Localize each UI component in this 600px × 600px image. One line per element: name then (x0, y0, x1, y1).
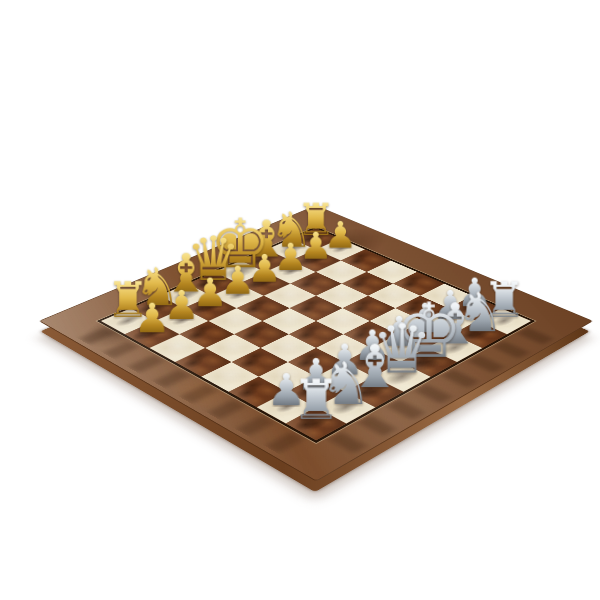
piece-black-pawn: ♟ (108, 288, 197, 335)
square-a7: ♟ (125, 321, 180, 348)
pawn-icon: ♟ (134, 297, 170, 338)
square-a1: ♜ (286, 407, 346, 440)
piece-white-rook: ♜ (256, 360, 377, 423)
board-scene: ♜♞♝♛♚♝♞♜♟♟♟♟♟♟♟♟♟♟♟♟♟♟♟♟♜♞♝♛♚♝♞♜ (0, 0, 600, 600)
product-photo-canvas: ♜♞♝♛♚♝♞♜♟♟♟♟♟♟♟♟♟♟♟♟♟♟♟♟♜♞♝♛♚♝♞♜ (0, 0, 600, 600)
rook-icon: ♜ (291, 373, 340, 428)
chessboard: ♜♞♝♛♚♝♞♜♟♟♟♟♟♟♟♟♟♟♟♟♟♟♟♟♜♞♝♛♚♝♞♜ (39, 205, 593, 481)
